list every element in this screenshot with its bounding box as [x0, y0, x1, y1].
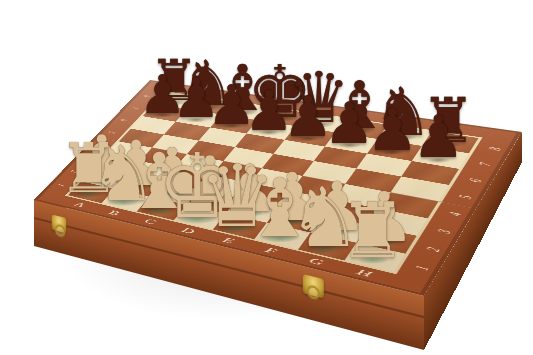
- rank-label-right-4: 4: [426, 204, 483, 225]
- rank-label-right-7: 7: [458, 156, 514, 174]
- rank-label-left-2: 2: [55, 164, 95, 179]
- rank-label-right-1: 1: [392, 256, 451, 280]
- rank-label-right-5: 5: [437, 187, 494, 207]
- rank-label-right-2: 2: [404, 238, 463, 261]
- rank-label-left-7: 7: [116, 102, 155, 115]
- rank-label-left-8: 8: [128, 90, 167, 102]
- rank-label-right-6: 6: [447, 171, 503, 190]
- rank-label-right-3: 3: [415, 221, 473, 243]
- rank-label-left-3: 3: [67, 151, 107, 166]
- chess-set-scene: ABCDEFGH1234567812345678 ♜♞♝♚♛♝♞♜♟♟♟♟♟♟♟…: [0, 0, 533, 355]
- brass-clasp-center: [303, 274, 324, 298]
- rank-label-right-8: 8: [467, 140, 522, 157]
- rank-label-left-6: 6: [104, 114, 143, 127]
- brass-clasp-left: [52, 214, 67, 233]
